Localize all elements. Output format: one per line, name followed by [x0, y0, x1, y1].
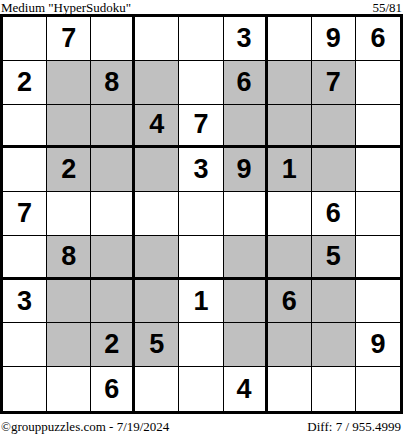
- cell-r3c7[interactable]: [268, 105, 312, 149]
- cell-r3c8[interactable]: [312, 105, 356, 149]
- cell-r8c9[interactable]: 9: [356, 323, 400, 367]
- cell-r3c4[interactable]: 4: [135, 105, 179, 149]
- cell-r6c4[interactable]: [135, 236, 179, 280]
- cell-r7c3[interactable]: [91, 280, 135, 324]
- cell-r2c5[interactable]: [179, 61, 223, 105]
- cell-r3c3[interactable]: [91, 105, 135, 149]
- cell-r8c6[interactable]: [224, 323, 268, 367]
- cell-r8c5[interactable]: [179, 323, 223, 367]
- cell-r1c6[interactable]: 3: [224, 17, 268, 61]
- cell-r3c9[interactable]: [356, 105, 400, 149]
- cell-r8c4[interactable]: 5: [135, 323, 179, 367]
- cell-r2c1[interactable]: 2: [3, 61, 47, 105]
- cell-r9c5[interactable]: [179, 367, 223, 411]
- cell-r6c6[interactable]: [224, 236, 268, 280]
- cell-r5c9[interactable]: [356, 192, 400, 236]
- cell-r4c5[interactable]: 3: [179, 148, 223, 192]
- cell-r3c2[interactable]: [47, 105, 91, 149]
- footer-difficulty: Diff: 7 / 955.4999: [307, 419, 401, 435]
- cell-r5c1[interactable]: 7: [3, 192, 47, 236]
- cell-r2c4[interactable]: [135, 61, 179, 105]
- cell-r8c2[interactable]: [47, 323, 91, 367]
- cell-r6c8[interactable]: 5: [312, 236, 356, 280]
- sudoku-grid: 73962867472391768531625964: [0, 14, 403, 414]
- footer-copyright: ©grouppuzzles.com - 7/19/2024: [1, 419, 169, 435]
- cell-r6c9[interactable]: [356, 236, 400, 280]
- cell-r9c1[interactable]: [3, 367, 47, 411]
- cell-r4c2[interactable]: 2: [47, 148, 91, 192]
- cell-r3c5[interactable]: 7: [179, 105, 223, 149]
- cell-r6c5[interactable]: [179, 236, 223, 280]
- cell-r8c7[interactable]: [268, 323, 312, 367]
- cell-r6c7[interactable]: [268, 236, 312, 280]
- cell-r7c8[interactable]: [312, 280, 356, 324]
- cell-r5c5[interactable]: [179, 192, 223, 236]
- cell-r1c5[interactable]: [179, 17, 223, 61]
- cell-r5c6[interactable]: [224, 192, 268, 236]
- cell-r8c3[interactable]: 2: [91, 323, 135, 367]
- puzzle-counter: 55/81: [372, 1, 402, 14]
- cell-r3c1[interactable]: [3, 105, 47, 149]
- cell-r1c3[interactable]: [91, 17, 135, 61]
- cell-r1c7[interactable]: [268, 17, 312, 61]
- cell-r4c8[interactable]: [312, 148, 356, 192]
- cell-r4c4[interactable]: [135, 148, 179, 192]
- cell-r4c9[interactable]: [356, 148, 400, 192]
- cell-r1c9[interactable]: 6: [356, 17, 400, 61]
- cell-r1c2[interactable]: 7: [47, 17, 91, 61]
- cell-r7c9[interactable]: [356, 280, 400, 324]
- cell-r5c7[interactable]: [268, 192, 312, 236]
- cell-r1c1[interactable]: [3, 17, 47, 61]
- cell-r5c4[interactable]: [135, 192, 179, 236]
- cell-r7c4[interactable]: [135, 280, 179, 324]
- cell-r2c9[interactable]: [356, 61, 400, 105]
- page-title: Medium "HyperSudoku": [1, 1, 131, 14]
- cell-r7c6[interactable]: [224, 280, 268, 324]
- cell-r2c7[interactable]: [268, 61, 312, 105]
- cell-r2c6[interactable]: 6: [224, 61, 268, 105]
- cell-r9c7[interactable]: [268, 367, 312, 411]
- puzzle-page: Medium "HyperSudoku" 55/81 7396286747239…: [0, 0, 403, 437]
- cell-r2c2[interactable]: [47, 61, 91, 105]
- cell-r7c1[interactable]: 3: [3, 280, 47, 324]
- cell-r8c8[interactable]: [312, 323, 356, 367]
- cell-r9c6[interactable]: 4: [224, 367, 268, 411]
- header: Medium "HyperSudoku" 55/81: [0, 0, 403, 14]
- cell-r4c6[interactable]: 9: [224, 148, 268, 192]
- cell-r2c3[interactable]: 8: [91, 61, 135, 105]
- cell-r8c1[interactable]: [3, 323, 47, 367]
- cell-r1c8[interactable]: 9: [312, 17, 356, 61]
- cell-r9c2[interactable]: [47, 367, 91, 411]
- cell-r9c8[interactable]: [312, 367, 356, 411]
- cell-r9c4[interactable]: [135, 367, 179, 411]
- cell-r7c2[interactable]: [47, 280, 91, 324]
- cell-r4c1[interactable]: [3, 148, 47, 192]
- cell-r6c1[interactable]: [3, 236, 47, 280]
- cell-r2c8[interactable]: 7: [312, 61, 356, 105]
- cell-r9c3[interactable]: 6: [91, 367, 135, 411]
- cell-r5c2[interactable]: [47, 192, 91, 236]
- cell-r5c8[interactable]: 6: [312, 192, 356, 236]
- cell-r4c3[interactable]: [91, 148, 135, 192]
- cell-r3c6[interactable]: [224, 105, 268, 149]
- cell-r6c3[interactable]: [91, 236, 135, 280]
- footer: ©grouppuzzles.com - 7/19/2024 Diff: 7 / …: [0, 414, 403, 437]
- cell-r4c7[interactable]: 1: [268, 148, 312, 192]
- cell-r9c9[interactable]: [356, 367, 400, 411]
- cell-r7c7[interactable]: 6: [268, 280, 312, 324]
- cell-r5c3[interactable]: [91, 192, 135, 236]
- cell-r1c4[interactable]: [135, 17, 179, 61]
- cell-r6c2[interactable]: 8: [47, 236, 91, 280]
- cell-r7c5[interactable]: 1: [179, 280, 223, 324]
